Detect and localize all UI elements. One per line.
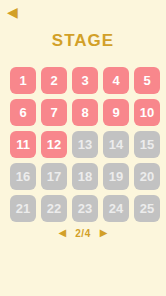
stage-tile-5[interactable]: 5 [134,67,160,94]
stage-tile-4[interactable]: 4 [103,67,129,94]
stage-tile-14: 14 [103,131,129,158]
stage-tile-24: 24 [103,195,129,222]
pagination: ◀ 2/4 ▶ [0,227,166,239]
stage-tile-8[interactable]: 8 [72,99,98,126]
stage-tile-2[interactable]: 2 [41,67,67,94]
stage-tile-13: 13 [72,131,98,158]
next-page-icon[interactable]: ▶ [100,227,108,239]
prev-page-icon[interactable]: ◀ [59,227,67,239]
stage-tile-1[interactable]: 1 [10,67,36,94]
stage-tile-17: 17 [41,163,67,190]
stage-tile-19: 19 [103,163,129,190]
stage-tile-20: 20 [134,163,160,190]
stage-tile-22: 22 [41,195,67,222]
stage-tile-10[interactable]: 10 [134,99,160,126]
stage-tile-16: 16 [10,163,36,190]
stage-select-screen: ◀ STAGE 12345678910111213141516171819202… [0,0,166,296]
stage-tile-23: 23 [72,195,98,222]
stage-tile-7[interactable]: 7 [41,99,67,126]
back-arrow-icon[interactable]: ◀ [7,3,18,21]
stage-tile-21: 21 [10,195,36,222]
stage-grid: 1234567891011121314151617181920212223242… [10,67,160,222]
stage-tile-12[interactable]: 12 [41,131,67,158]
page-indicator: 2/4 [75,228,90,239]
stage-tile-18: 18 [72,163,98,190]
stage-tile-9[interactable]: 9 [103,99,129,126]
stage-tile-6[interactable]: 6 [10,99,36,126]
stage-tile-15: 15 [134,131,160,158]
stage-tile-25: 25 [134,195,160,222]
stage-tile-11[interactable]: 11 [10,131,36,158]
page-title: STAGE [0,31,166,51]
stage-tile-3[interactable]: 3 [72,67,98,94]
